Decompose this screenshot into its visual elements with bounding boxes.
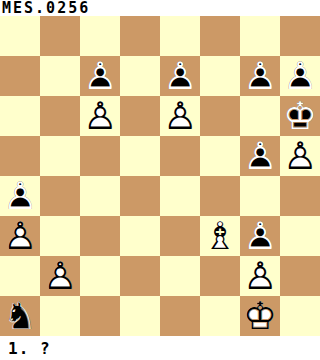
square-g3[interactable]: ♟♙	[240, 216, 280, 256]
square-e7[interactable]: ♟♙	[160, 56, 200, 96]
square-b7[interactable]	[40, 56, 80, 96]
white-pawn-piece[interactable]: ♟♙	[240, 256, 280, 296]
square-a7[interactable]	[0, 56, 40, 96]
square-c4[interactable]	[80, 176, 120, 216]
square-g5[interactable]: ♟♙	[240, 136, 280, 176]
black-king-piece[interactable]: ♚♔	[280, 96, 320, 136]
square-a2[interactable]	[0, 256, 40, 296]
pawn-glyph-outline: ♙	[160, 56, 200, 96]
square-d4[interactable]	[120, 176, 160, 216]
pawn-glyph-outline: ♙	[40, 256, 80, 296]
white-pawn-piece[interactable]: ♟♙	[160, 96, 200, 136]
square-a5[interactable]	[0, 136, 40, 176]
square-e6[interactable]: ♟♙	[160, 96, 200, 136]
square-a8[interactable]	[0, 16, 40, 56]
black-pawn-piece[interactable]: ♟♙	[80, 56, 120, 96]
pawn-glyph-outline: ♙	[80, 56, 120, 96]
square-a6[interactable]	[0, 96, 40, 136]
white-pawn-piece[interactable]: ♟♙	[280, 136, 320, 176]
square-e8[interactable]	[160, 16, 200, 56]
square-f2[interactable]	[200, 256, 240, 296]
square-d8[interactable]	[120, 16, 160, 56]
square-b3[interactable]	[40, 216, 80, 256]
pawn-glyph-outline: ♙	[240, 136, 280, 176]
bishop-glyph-outline: ♗	[200, 216, 240, 256]
king-glyph-outline: ♔	[240, 296, 280, 336]
square-f1[interactable]	[200, 296, 240, 336]
black-pawn-piece[interactable]: ♟♙	[280, 56, 320, 96]
move-prompt: 1. ?	[0, 336, 320, 360]
pawn-glyph-outline: ♙	[160, 96, 200, 136]
square-f4[interactable]	[200, 176, 240, 216]
square-c6[interactable]: ♟♙	[80, 96, 120, 136]
square-b6[interactable]	[40, 96, 80, 136]
square-c1[interactable]	[80, 296, 120, 336]
square-c7[interactable]: ♟♙	[80, 56, 120, 96]
square-f8[interactable]	[200, 16, 240, 56]
square-b1[interactable]	[40, 296, 80, 336]
square-h5[interactable]: ♟♙	[280, 136, 320, 176]
square-d6[interactable]	[120, 96, 160, 136]
square-f5[interactable]	[200, 136, 240, 176]
black-pawn-piece[interactable]: ♟♙	[240, 136, 280, 176]
square-d2[interactable]	[120, 256, 160, 296]
square-a4[interactable]: ♟♙	[0, 176, 40, 216]
black-knight-piece[interactable]: ♞♘	[0, 296, 40, 336]
square-d1[interactable]	[120, 296, 160, 336]
square-h1[interactable]	[280, 296, 320, 336]
square-g8[interactable]	[240, 16, 280, 56]
square-h7[interactable]: ♟♙	[280, 56, 320, 96]
white-king-piece[interactable]: ♚♔	[240, 296, 280, 336]
square-c8[interactable]	[80, 16, 120, 56]
square-e2[interactable]	[160, 256, 200, 296]
square-f7[interactable]	[200, 56, 240, 96]
white-bishop-piece[interactable]: ♝♗	[200, 216, 240, 256]
square-c2[interactable]	[80, 256, 120, 296]
puzzle-title: MES.0256	[0, 0, 320, 16]
black-pawn-piece[interactable]: ♟♙	[240, 216, 280, 256]
pawn-glyph-outline: ♙	[240, 216, 280, 256]
square-h3[interactable]	[280, 216, 320, 256]
black-pawn-piece[interactable]: ♟♙	[240, 56, 280, 96]
white-pawn-piece[interactable]: ♟♙	[0, 216, 40, 256]
square-h6[interactable]: ♚♔	[280, 96, 320, 136]
king-glyph-outline: ♔	[280, 96, 320, 136]
black-pawn-piece[interactable]: ♟♙	[160, 56, 200, 96]
square-g7[interactable]: ♟♙	[240, 56, 280, 96]
square-b2[interactable]: ♟♙	[40, 256, 80, 296]
square-h2[interactable]	[280, 256, 320, 296]
square-f6[interactable]	[200, 96, 240, 136]
square-d3[interactable]	[120, 216, 160, 256]
pawn-glyph-outline: ♙	[280, 56, 320, 96]
square-e5[interactable]	[160, 136, 200, 176]
square-h8[interactable]	[280, 16, 320, 56]
square-e3[interactable]	[160, 216, 200, 256]
square-c3[interactable]	[80, 216, 120, 256]
knight-glyph-outline: ♘	[0, 296, 40, 336]
black-pawn-piece[interactable]: ♟♙	[0, 176, 40, 216]
square-g1[interactable]: ♚♔	[240, 296, 280, 336]
square-d5[interactable]	[120, 136, 160, 176]
pawn-glyph-outline: ♙	[0, 216, 40, 256]
square-g6[interactable]	[240, 96, 280, 136]
pawn-glyph-outline: ♙	[80, 96, 120, 136]
square-e1[interactable]	[160, 296, 200, 336]
pawn-glyph-outline: ♙	[240, 256, 280, 296]
square-h4[interactable]	[280, 176, 320, 216]
white-pawn-piece[interactable]: ♟♙	[80, 96, 120, 136]
chess-puzzle-page: MES.0256 ♟♙♟♙♟♙♟♙♟♙♟♙♚♔♟♙♟♙♟♙♟♙♝♗♟♙♟♙♟♙♞…	[0, 0, 320, 360]
square-b4[interactable]	[40, 176, 80, 216]
square-e4[interactable]	[160, 176, 200, 216]
square-c5[interactable]	[80, 136, 120, 176]
chess-board: ♟♙♟♙♟♙♟♙♟♙♟♙♚♔♟♙♟♙♟♙♟♙♝♗♟♙♟♙♟♙♞♘♚♔	[0, 16, 320, 336]
square-b5[interactable]	[40, 136, 80, 176]
square-a3[interactable]: ♟♙	[0, 216, 40, 256]
pawn-glyph-outline: ♙	[280, 136, 320, 176]
pawn-glyph-outline: ♙	[240, 56, 280, 96]
square-g4[interactable]	[240, 176, 280, 216]
square-g2[interactable]: ♟♙	[240, 256, 280, 296]
square-d7[interactable]	[120, 56, 160, 96]
white-pawn-piece[interactable]: ♟♙	[40, 256, 80, 296]
square-a1[interactable]: ♞♘	[0, 296, 40, 336]
square-f3[interactable]: ♝♗	[200, 216, 240, 256]
pawn-glyph-outline: ♙	[0, 176, 40, 216]
square-b8[interactable]	[40, 16, 80, 56]
